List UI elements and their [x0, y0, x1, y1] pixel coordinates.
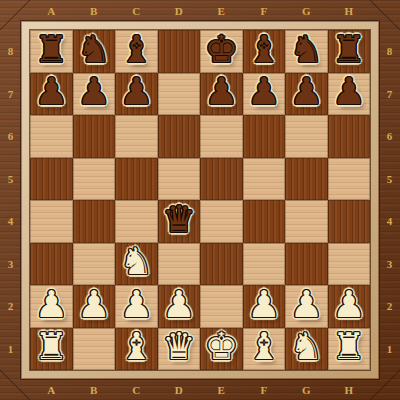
square-h8[interactable]: ♜ — [328, 30, 371, 73]
rank-label: 7 — [379, 73, 400, 116]
file-label: D — [158, 0, 201, 21]
black-pawn[interactable]: ♟ — [290, 73, 323, 110]
rank-label: 6 — [0, 115, 21, 158]
rank-label: 5 — [379, 158, 400, 201]
white-pawn[interactable]: ♟ — [247, 286, 280, 323]
square-e7[interactable]: ♟ — [200, 73, 243, 116]
rank-label: 6 — [379, 115, 400, 158]
rank-label: 4 — [0, 200, 21, 243]
square-e3[interactable] — [200, 243, 243, 286]
black-rook[interactable]: ♜ — [35, 31, 68, 68]
square-g3[interactable] — [285, 243, 328, 286]
rank-label: 3 — [379, 243, 400, 286]
file-label: G — [285, 379, 328, 400]
square-e8[interactable]: ♚ — [200, 30, 243, 73]
black-queen[interactable]: ♛ — [162, 201, 195, 238]
square-a1[interactable]: ♜ — [30, 328, 73, 371]
square-f4[interactable] — [243, 200, 286, 243]
square-d2[interactable]: ♟ — [158, 285, 201, 328]
file-label: C — [115, 0, 158, 21]
square-e1[interactable]: ♚ — [200, 328, 243, 371]
white-pawn[interactable]: ♟ — [332, 286, 365, 323]
black-rook[interactable]: ♜ — [332, 31, 365, 68]
black-king[interactable]: ♚ — [205, 31, 238, 68]
square-d3[interactable] — [158, 243, 201, 286]
white-rook[interactable]: ♜ — [332, 328, 365, 365]
black-pawn[interactable]: ♟ — [247, 73, 280, 110]
file-label: B — [73, 0, 116, 21]
rank-label: 4 — [379, 200, 400, 243]
file-labels-top: ABCDEFGH — [30, 0, 370, 21]
file-labels-bottom: ABCDEFGH — [30, 379, 370, 400]
black-knight[interactable]: ♞ — [290, 31, 323, 68]
square-g5[interactable] — [285, 158, 328, 201]
black-bishop[interactable]: ♝ — [247, 31, 280, 68]
square-d8[interactable] — [158, 30, 201, 73]
rank-label: 5 — [0, 158, 21, 201]
rank-label: 1 — [379, 328, 400, 371]
square-c8[interactable]: ♝ — [115, 30, 158, 73]
file-label: H — [328, 0, 371, 21]
square-f1[interactable]: ♝ — [243, 328, 286, 371]
white-pawn[interactable]: ♟ — [162, 286, 195, 323]
square-h5[interactable] — [328, 158, 371, 201]
square-d1[interactable]: ♛ — [158, 328, 201, 371]
square-f6[interactable] — [243, 115, 286, 158]
square-a3[interactable] — [30, 243, 73, 286]
square-g7[interactable]: ♟ — [285, 73, 328, 116]
file-label: D — [158, 379, 201, 400]
black-pawn[interactable]: ♟ — [77, 73, 110, 110]
square-b4[interactable] — [73, 200, 116, 243]
black-pawn[interactable]: ♟ — [120, 73, 153, 110]
square-a6[interactable] — [30, 115, 73, 158]
square-g4[interactable] — [285, 200, 328, 243]
black-pawn[interactable]: ♟ — [332, 73, 365, 110]
square-d7[interactable] — [158, 73, 201, 116]
file-label: B — [73, 379, 116, 400]
rank-label: 7 — [0, 73, 21, 116]
square-b7[interactable]: ♟ — [73, 73, 116, 116]
square-g6[interactable] — [285, 115, 328, 158]
white-rook[interactable]: ♜ — [35, 328, 68, 365]
square-h6[interactable] — [328, 115, 371, 158]
square-c7[interactable]: ♟ — [115, 73, 158, 116]
white-knight[interactable]: ♞ — [120, 243, 153, 280]
rank-label: 3 — [0, 243, 21, 286]
black-pawn[interactable]: ♟ — [35, 73, 68, 110]
rank-label: 2 — [379, 285, 400, 328]
square-g8[interactable]: ♞ — [285, 30, 328, 73]
square-h7[interactable]: ♟ — [328, 73, 371, 116]
white-queen[interactable]: ♛ — [162, 328, 195, 365]
square-d5[interactable] — [158, 158, 201, 201]
square-f5[interactable] — [243, 158, 286, 201]
rank-labels-right: 87654321 — [379, 30, 400, 370]
square-a2[interactable]: ♟ — [30, 285, 73, 328]
white-bishop[interactable]: ♝ — [247, 328, 280, 365]
rank-label: 1 — [0, 328, 21, 371]
square-e6[interactable] — [200, 115, 243, 158]
square-c3[interactable]: ♞ — [115, 243, 158, 286]
square-f2[interactable]: ♟ — [243, 285, 286, 328]
black-knight[interactable]: ♞ — [77, 31, 110, 68]
black-pawn[interactable]: ♟ — [205, 73, 238, 110]
square-e2[interactable] — [200, 285, 243, 328]
square-b1[interactable] — [73, 328, 116, 371]
rank-label: 8 — [379, 30, 400, 73]
square-a5[interactable] — [30, 158, 73, 201]
square-a8[interactable]: ♜ — [30, 30, 73, 73]
square-h2[interactable]: ♟ — [328, 285, 371, 328]
rank-labels-left: 87654321 — [0, 30, 21, 370]
white-pawn[interactable]: ♟ — [290, 286, 323, 323]
square-c4[interactable] — [115, 200, 158, 243]
white-bishop[interactable]: ♝ — [120, 328, 153, 365]
file-label: E — [200, 379, 243, 400]
file-label: F — [243, 0, 286, 21]
square-e4[interactable] — [200, 200, 243, 243]
square-h3[interactable] — [328, 243, 371, 286]
square-f3[interactable] — [243, 243, 286, 286]
white-king[interactable]: ♚ — [205, 328, 238, 365]
square-g1[interactable]: ♞ — [285, 328, 328, 371]
white-pawn[interactable]: ♟ — [120, 286, 153, 323]
rank-label: 8 — [0, 30, 21, 73]
square-a7[interactable]: ♟ — [30, 73, 73, 116]
square-a4[interactable] — [30, 200, 73, 243]
black-bishop[interactable]: ♝ — [120, 31, 153, 68]
square-g2[interactable]: ♟ — [285, 285, 328, 328]
board-grid: ♜♞♝♚♝♞♜♟♟♟♟♟♟♟♛♞♟♟♟♟♟♟♟♜♝♛♚♝♞♜ — [30, 30, 370, 370]
square-f8[interactable]: ♝ — [243, 30, 286, 73]
square-e5[interactable] — [200, 158, 243, 201]
white-knight[interactable]: ♞ — [290, 328, 323, 365]
square-c1[interactable]: ♝ — [115, 328, 158, 371]
square-b3[interactable] — [73, 243, 116, 286]
square-b2[interactable]: ♟ — [73, 285, 116, 328]
file-label: G — [285, 0, 328, 21]
file-label: A — [30, 0, 73, 21]
file-label: E — [200, 0, 243, 21]
square-c5[interactable] — [115, 158, 158, 201]
white-pawn[interactable]: ♟ — [77, 286, 110, 323]
file-label: F — [243, 379, 286, 400]
square-d4[interactable]: ♛ — [158, 200, 201, 243]
square-h1[interactable]: ♜ — [328, 328, 371, 371]
chess-app: ABCDEFGH ABCDEFGH 87654321 87654321 ♜♞♝♚… — [0, 0, 400, 400]
square-h4[interactable] — [328, 200, 371, 243]
square-f7[interactable]: ♟ — [243, 73, 286, 116]
white-pawn[interactable]: ♟ — [35, 286, 68, 323]
file-label: A — [30, 379, 73, 400]
square-d6[interactable] — [158, 115, 201, 158]
square-b8[interactable]: ♞ — [73, 30, 116, 73]
square-b6[interactable] — [73, 115, 116, 158]
square-c2[interactable]: ♟ — [115, 285, 158, 328]
rank-label: 2 — [0, 285, 21, 328]
file-label: C — [115, 379, 158, 400]
square-c6[interactable] — [115, 115, 158, 158]
file-label: H — [328, 379, 371, 400]
square-b5[interactable] — [73, 158, 116, 201]
